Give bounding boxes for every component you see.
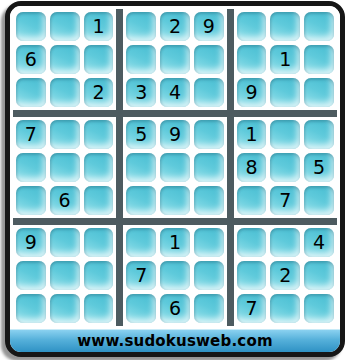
cell-r9c4[interactable] <box>126 294 156 323</box>
cell-r1c1[interactable] <box>16 12 46 41</box>
cell-r9c1[interactable] <box>16 294 46 323</box>
cell-r1c7[interactable] <box>237 12 267 41</box>
box-r1-c0: 76 <box>13 117 116 218</box>
cell-r1c3[interactable]: 1 <box>84 12 114 41</box>
cell-r3c2[interactable] <box>50 78 80 107</box>
cell-r9c8[interactable] <box>270 294 300 323</box>
cell-r7c3[interactable] <box>84 228 114 257</box>
cell-r1c2[interactable] <box>50 12 80 41</box>
cell-r3c1[interactable] <box>16 78 46 107</box>
cell-r4c9[interactable] <box>304 120 334 149</box>
cell-r2c5[interactable] <box>160 45 190 74</box>
cell-r2c2[interactable] <box>50 45 80 74</box>
cell-r9c6[interactable] <box>194 294 224 323</box>
cell-r3c9[interactable] <box>304 78 334 107</box>
cell-r3c8[interactable] <box>270 78 300 107</box>
cell-r5c8[interactable] <box>270 153 300 182</box>
cell-r4c1[interactable]: 7 <box>16 120 46 149</box>
cell-r3c4[interactable]: 3 <box>126 78 156 107</box>
cell-r7c1[interactable]: 9 <box>16 228 46 257</box>
cell-r4c7[interactable]: 1 <box>237 120 267 149</box>
cell-r8c4[interactable]: 7 <box>126 261 156 290</box>
cell-r2c1[interactable]: 6 <box>16 45 46 74</box>
box-r0-c1: 2934 <box>123 9 226 110</box>
cell-r2c8[interactable]: 1 <box>270 45 300 74</box>
cell-r7c4[interactable] <box>126 228 156 257</box>
cell-r6c9[interactable] <box>304 186 334 215</box>
cell-r5c1[interactable] <box>16 153 46 182</box>
cell-r5c9[interactable]: 5 <box>304 153 334 182</box>
cell-r8c6[interactable] <box>194 261 224 290</box>
cell-r7c2[interactable] <box>50 228 80 257</box>
box-r0-c2: 19 <box>234 9 337 110</box>
website-link[interactable]: www.sudokusweb.com <box>77 332 272 350</box>
cell-r3c3[interactable]: 2 <box>84 78 114 107</box>
cell-r5c5[interactable] <box>160 153 190 182</box>
cell-r6c2[interactable]: 6 <box>50 186 80 215</box>
cell-r7c8[interactable] <box>270 228 300 257</box>
sudoku-board: 162293419765918579176427 www.sudokusweb.… <box>5 1 345 357</box>
cell-r6c6[interactable] <box>194 186 224 215</box>
cell-r3c7[interactable]: 9 <box>237 78 267 107</box>
cell-r2c9[interactable] <box>304 45 334 74</box>
cell-r9c9[interactable] <box>304 294 334 323</box>
cell-r9c3[interactable] <box>84 294 114 323</box>
cell-r4c6[interactable] <box>194 120 224 149</box>
cell-r4c5[interactable]: 9 <box>160 120 190 149</box>
box-r0-c0: 162 <box>13 9 116 110</box>
cell-r1c4[interactable] <box>126 12 156 41</box>
cell-r5c2[interactable] <box>50 153 80 182</box>
cell-r8c8[interactable]: 2 <box>270 261 300 290</box>
cell-r7c9[interactable]: 4 <box>304 228 334 257</box>
cell-r5c4[interactable] <box>126 153 156 182</box>
cell-r4c3[interactable] <box>84 120 114 149</box>
cell-r8c3[interactable] <box>84 261 114 290</box>
cell-r7c6[interactable] <box>194 228 224 257</box>
cell-r8c2[interactable] <box>50 261 80 290</box>
sudoku-grid: 162293419765918579176427 <box>13 9 337 326</box>
cell-r7c7[interactable] <box>237 228 267 257</box>
cell-r3c6[interactable] <box>194 78 224 107</box>
cell-r6c4[interactable] <box>126 186 156 215</box>
cell-r6c1[interactable] <box>16 186 46 215</box>
cell-r6c7[interactable] <box>237 186 267 215</box>
cell-r8c1[interactable] <box>16 261 46 290</box>
cell-r2c6[interactable] <box>194 45 224 74</box>
cell-r2c3[interactable] <box>84 45 114 74</box>
cell-r4c4[interactable]: 5 <box>126 120 156 149</box>
cell-r2c4[interactable] <box>126 45 156 74</box>
cell-r6c5[interactable] <box>160 186 190 215</box>
cell-r8c5[interactable] <box>160 261 190 290</box>
cell-r9c5[interactable]: 6 <box>160 294 190 323</box>
cell-r9c7[interactable]: 7 <box>237 294 267 323</box>
cell-r1c8[interactable] <box>270 12 300 41</box>
box-r2-c1: 176 <box>123 225 226 326</box>
cell-r4c8[interactable] <box>270 120 300 149</box>
cell-r1c9[interactable] <box>304 12 334 41</box>
footer-bar: www.sudokusweb.com <box>10 329 340 352</box>
cell-r7c5[interactable]: 1 <box>160 228 190 257</box>
cell-r5c3[interactable] <box>84 153 114 182</box>
grid-wrapper: 162293419765918579176427 <box>10 6 340 329</box>
cell-r5c7[interactable]: 8 <box>237 153 267 182</box>
cell-r5c6[interactable] <box>194 153 224 182</box>
cell-r4c2[interactable] <box>50 120 80 149</box>
box-r2-c0: 9 <box>13 225 116 326</box>
box-r1-c2: 1857 <box>234 117 337 218</box>
cell-r8c7[interactable] <box>237 261 267 290</box>
cell-r1c6[interactable]: 9 <box>194 12 224 41</box>
cell-r9c2[interactable] <box>50 294 80 323</box>
cell-r8c9[interactable] <box>304 261 334 290</box>
cell-r6c8[interactable]: 7 <box>270 186 300 215</box>
cell-r2c7[interactable] <box>237 45 267 74</box>
cell-r6c3[interactable] <box>84 186 114 215</box>
cell-r3c5[interactable]: 4 <box>160 78 190 107</box>
cell-r1c5[interactable]: 2 <box>160 12 190 41</box>
box-r1-c1: 59 <box>123 117 226 218</box>
box-r2-c2: 427 <box>234 225 337 326</box>
